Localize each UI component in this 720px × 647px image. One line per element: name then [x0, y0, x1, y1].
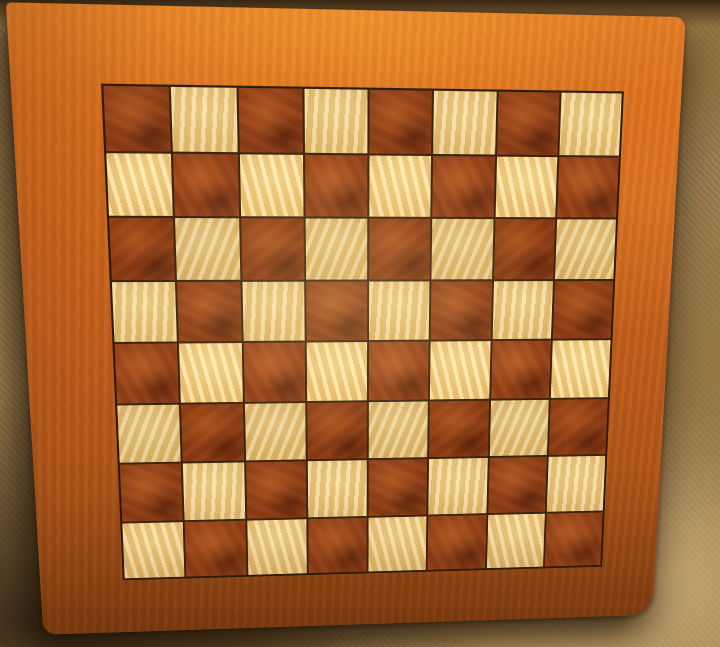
square-c8[interactable] — [238, 88, 303, 152]
square-e5[interactable] — [369, 281, 430, 340]
square-b8[interactable] — [171, 87, 237, 152]
square-c2[interactable] — [246, 461, 306, 518]
square-h5[interactable] — [553, 280, 614, 338]
square-g8[interactable] — [497, 92, 560, 155]
square-a6[interactable] — [109, 218, 175, 280]
square-f2[interactable] — [429, 458, 488, 514]
square-d2[interactable] — [308, 460, 367, 517]
square-e6[interactable] — [369, 219, 430, 279]
square-f6[interactable] — [432, 219, 493, 279]
square-h6[interactable] — [555, 219, 616, 278]
square-b4[interactable] — [179, 343, 242, 402]
square-c4[interactable] — [243, 343, 305, 402]
square-a4[interactable] — [115, 344, 180, 403]
square-g6[interactable] — [494, 219, 555, 279]
square-e1[interactable] — [368, 516, 426, 572]
square-d6[interactable] — [305, 218, 367, 279]
square-h3[interactable] — [549, 399, 608, 455]
square-h2[interactable] — [547, 456, 606, 512]
square-b5[interactable] — [177, 281, 241, 341]
square-g4[interactable] — [491, 341, 551, 399]
square-c1[interactable] — [247, 519, 307, 575]
square-e8[interactable] — [369, 90, 432, 154]
square-a3[interactable] — [117, 404, 181, 463]
square-a7[interactable] — [106, 153, 173, 216]
square-h4[interactable] — [551, 340, 611, 397]
square-c6[interactable] — [241, 218, 304, 279]
square-d4[interactable] — [306, 342, 367, 401]
square-d1[interactable] — [308, 517, 367, 573]
square-b1[interactable] — [185, 520, 246, 576]
square-f1[interactable] — [428, 515, 486, 570]
square-c3[interactable] — [244, 403, 305, 461]
square-f4[interactable] — [430, 341, 490, 399]
square-g5[interactable] — [492, 281, 553, 339]
square-f8[interactable] — [433, 91, 496, 154]
square-h7[interactable] — [557, 157, 619, 218]
square-f7[interactable] — [433, 156, 495, 218]
square-e7[interactable] — [369, 155, 431, 217]
square-f3[interactable] — [429, 400, 488, 457]
square-a2[interactable] — [120, 464, 183, 522]
square-b6[interactable] — [175, 218, 240, 279]
square-b7[interactable] — [173, 153, 238, 216]
square-h8[interactable] — [559, 93, 622, 155]
square-h1[interactable] — [545, 512, 603, 567]
square-d7[interactable] — [305, 154, 368, 216]
square-f5[interactable] — [431, 281, 492, 340]
square-a8[interactable] — [103, 86, 171, 151]
square-g1[interactable] — [487, 513, 545, 568]
square-a1[interactable] — [122, 522, 184, 579]
square-e4[interactable] — [369, 342, 429, 400]
chess-board — [6, 2, 686, 634]
board-grid — [103, 86, 621, 578]
square-c7[interactable] — [239, 154, 303, 217]
square-g2[interactable] — [488, 457, 547, 513]
square-c5[interactable] — [242, 281, 304, 341]
square-a5[interactable] — [112, 281, 177, 341]
square-b2[interactable] — [183, 462, 245, 519]
square-g7[interactable] — [495, 156, 557, 217]
square-e3[interactable] — [369, 401, 428, 458]
board-inlay-line — [101, 84, 624, 581]
square-d5[interactable] — [306, 281, 367, 340]
square-b3[interactable] — [181, 403, 243, 461]
square-d3[interactable] — [307, 402, 367, 460]
square-d8[interactable] — [304, 89, 367, 153]
square-e2[interactable] — [369, 459, 428, 515]
square-g3[interactable] — [489, 399, 548, 456]
